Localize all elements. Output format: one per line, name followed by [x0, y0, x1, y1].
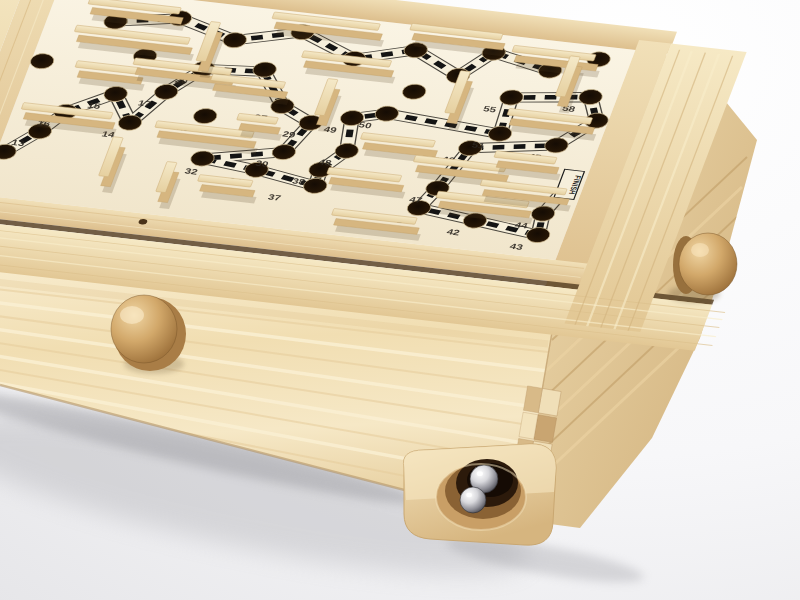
scene: Wooden labyrinth ball-maze game on a whi…	[0, 0, 800, 600]
ball-specular-highlight	[477, 471, 483, 476]
front-knob-highlight	[120, 306, 144, 324]
steel-ball[interactable]	[460, 487, 486, 513]
side-knob-highlight	[691, 243, 709, 257]
ball-specular-highlight	[466, 493, 472, 497]
ball-tray	[403, 444, 556, 545]
labyrinth-photo: Wooden labyrinth ball-maze game on a whi…	[0, 0, 800, 600]
